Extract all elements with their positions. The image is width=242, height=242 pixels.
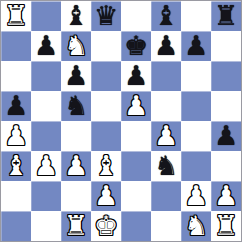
square-g7[interactable]: ♟ — [181, 31, 211, 61]
piece-white-pawn[interactable]: ♟ — [94, 181, 118, 211]
square-g3[interactable] — [181, 151, 211, 181]
square-c7[interactable]: ♞ — [61, 31, 91, 61]
square-g6[interactable] — [181, 61, 211, 91]
chess-board: ♜♝♛♝♜♟♞♚♟♟♟♟♟♞♟♟♟♟♝♟♟♝♞♟♟♟♜♚♞♜ — [1, 1, 241, 241]
piece-white-knight[interactable]: ♞ — [64, 31, 88, 61]
square-d6[interactable] — [91, 61, 121, 91]
square-a5[interactable]: ♟ — [1, 91, 31, 121]
square-b1[interactable] — [31, 211, 61, 241]
square-h7[interactable] — [211, 31, 241, 61]
piece-white-bishop[interactable]: ♝ — [4, 151, 28, 181]
square-c8[interactable]: ♝ — [61, 1, 91, 31]
piece-black-knight[interactable]: ♞ — [154, 151, 178, 181]
square-a6[interactable] — [1, 61, 31, 91]
square-b6[interactable] — [31, 61, 61, 91]
square-h8[interactable]: ♜ — [211, 1, 241, 31]
square-f3[interactable]: ♞ — [151, 151, 181, 181]
piece-black-pawn[interactable]: ♟ — [214, 121, 238, 151]
square-e8[interactable] — [121, 1, 151, 31]
square-b4[interactable] — [31, 121, 61, 151]
square-e3[interactable] — [121, 151, 151, 181]
piece-white-pawn[interactable]: ♟ — [124, 91, 148, 121]
square-h1[interactable]: ♜ — [211, 211, 241, 241]
piece-white-pawn[interactable]: ♟ — [34, 151, 58, 181]
square-h5[interactable] — [211, 91, 241, 121]
square-d4[interactable] — [91, 121, 121, 151]
square-c4[interactable] — [61, 121, 91, 151]
piece-black-pawn[interactable]: ♟ — [34, 31, 58, 61]
square-g4[interactable] — [181, 121, 211, 151]
square-h3[interactable] — [211, 151, 241, 181]
square-e2[interactable] — [121, 181, 151, 211]
square-a8[interactable]: ♜ — [1, 1, 31, 31]
piece-black-king[interactable]: ♚ — [124, 31, 148, 61]
square-d1[interactable]: ♚ — [91, 211, 121, 241]
square-d5[interactable] — [91, 91, 121, 121]
piece-white-pawn[interactable]: ♟ — [184, 181, 208, 211]
piece-white-rook[interactable]: ♜ — [4, 1, 28, 31]
piece-black-pawn[interactable]: ♟ — [184, 31, 208, 61]
piece-white-king[interactable]: ♚ — [94, 211, 118, 241]
piece-white-rook[interactable]: ♜ — [64, 211, 88, 241]
square-f8[interactable]: ♝ — [151, 1, 181, 31]
square-b8[interactable] — [31, 1, 61, 31]
square-g1[interactable]: ♞ — [181, 211, 211, 241]
piece-white-pawn[interactable]: ♟ — [154, 121, 178, 151]
square-c1[interactable]: ♜ — [61, 211, 91, 241]
piece-black-pawn[interactable]: ♟ — [124, 61, 148, 91]
piece-black-pawn[interactable]: ♟ — [4, 91, 28, 121]
square-h4[interactable]: ♟ — [211, 121, 241, 151]
square-d2[interactable]: ♟ — [91, 181, 121, 211]
square-f2[interactable] — [151, 181, 181, 211]
square-b7[interactable]: ♟ — [31, 31, 61, 61]
square-e7[interactable]: ♚ — [121, 31, 151, 61]
square-f1[interactable] — [151, 211, 181, 241]
square-f5[interactable] — [151, 91, 181, 121]
square-e6[interactable]: ♟ — [121, 61, 151, 91]
square-b2[interactable] — [31, 181, 61, 211]
piece-black-knight[interactable]: ♞ — [64, 91, 88, 121]
piece-black-pawn[interactable]: ♟ — [64, 61, 88, 91]
square-c2[interactable] — [61, 181, 91, 211]
square-a3[interactable]: ♝ — [1, 151, 31, 181]
square-b5[interactable] — [31, 91, 61, 121]
piece-black-bishop[interactable]: ♝ — [154, 1, 178, 31]
square-h6[interactable] — [211, 61, 241, 91]
piece-black-bishop[interactable]: ♝ — [64, 1, 88, 31]
square-a2[interactable] — [1, 181, 31, 211]
piece-black-rook[interactable]: ♜ — [214, 1, 238, 31]
square-g8[interactable] — [181, 1, 211, 31]
square-b3[interactable]: ♟ — [31, 151, 61, 181]
square-d7[interactable] — [91, 31, 121, 61]
piece-black-queen[interactable]: ♛ — [94, 1, 118, 31]
piece-white-pawn[interactable]: ♟ — [214, 181, 238, 211]
square-d3[interactable]: ♝ — [91, 151, 121, 181]
square-a1[interactable] — [1, 211, 31, 241]
square-e4[interactable] — [121, 121, 151, 151]
square-c3[interactable]: ♟ — [61, 151, 91, 181]
square-e5[interactable]: ♟ — [121, 91, 151, 121]
square-f4[interactable]: ♟ — [151, 121, 181, 151]
piece-white-pawn[interactable]: ♟ — [4, 121, 28, 151]
chess-board-frame: ♜♝♛♝♜♟♞♚♟♟♟♟♟♞♟♟♟♟♝♟♟♝♞♟♟♟♜♚♞♜ — [0, 0, 242, 242]
square-g2[interactable]: ♟ — [181, 181, 211, 211]
square-f7[interactable]: ♟ — [151, 31, 181, 61]
square-d8[interactable]: ♛ — [91, 1, 121, 31]
square-h2[interactable]: ♟ — [211, 181, 241, 211]
piece-white-knight[interactable]: ♞ — [184, 211, 208, 241]
piece-white-rook[interactable]: ♜ — [214, 211, 238, 241]
square-c5[interactable]: ♞ — [61, 91, 91, 121]
piece-white-bishop[interactable]: ♝ — [94, 151, 118, 181]
square-a4[interactable]: ♟ — [1, 121, 31, 151]
square-c6[interactable]: ♟ — [61, 61, 91, 91]
square-e1[interactable] — [121, 211, 151, 241]
square-g5[interactable] — [181, 91, 211, 121]
square-f6[interactable] — [151, 61, 181, 91]
piece-white-pawn[interactable]: ♟ — [64, 151, 88, 181]
piece-black-pawn[interactable]: ♟ — [154, 31, 178, 61]
square-a7[interactable] — [1, 31, 31, 61]
